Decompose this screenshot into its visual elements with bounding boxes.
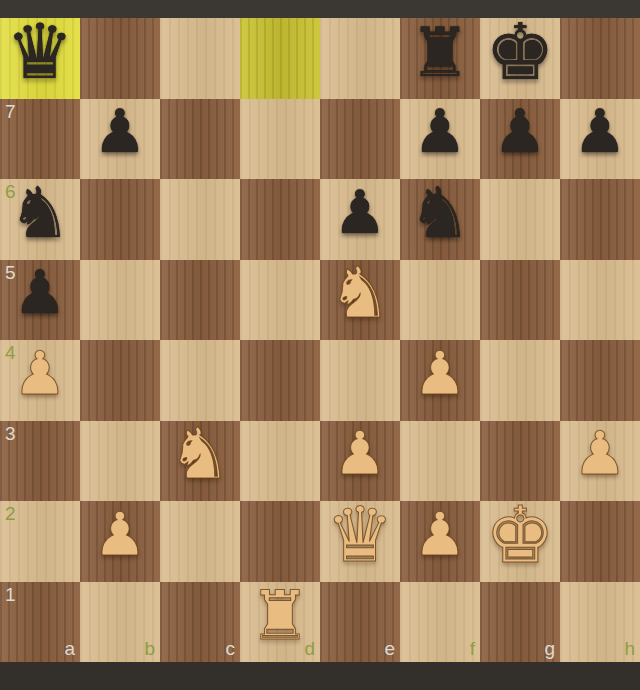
black-knight-f6[interactable]: ♞	[400, 166, 480, 259]
file-label-e: e	[384, 639, 395, 658]
square-d5[interactable]	[240, 260, 320, 341]
square-b4[interactable]	[80, 340, 160, 421]
square-c5[interactable]	[160, 260, 240, 341]
square-g5[interactable]	[480, 260, 560, 341]
square-c8[interactable]	[160, 18, 240, 99]
white-rook-d1[interactable]: ♜	[240, 569, 320, 662]
file-label-f: f	[470, 639, 475, 658]
square-d8[interactable]	[240, 18, 320, 99]
black-knight-a6[interactable]: ♞	[0, 166, 80, 259]
square-h2[interactable]	[560, 501, 640, 582]
rank-label-1: 1	[5, 585, 16, 604]
square-e1[interactable]: e	[320, 582, 400, 663]
square-f4[interactable]: ♟	[400, 340, 480, 421]
square-e8[interactable]	[320, 18, 400, 99]
white-pawn-b2[interactable]: ♟	[80, 488, 160, 581]
black-pawn-h7[interactable]: ♟	[560, 86, 640, 179]
square-h7[interactable]: ♟	[560, 99, 640, 180]
square-f6[interactable]: ♞	[400, 179, 480, 260]
white-king-g2[interactable]: ♚	[480, 488, 560, 581]
square-h5[interactable]	[560, 260, 640, 341]
square-g4[interactable]	[480, 340, 560, 421]
square-g7[interactable]: ♟	[480, 99, 560, 180]
white-pawn-a4[interactable]: ♟	[0, 327, 80, 420]
square-b7[interactable]: ♟	[80, 99, 160, 180]
white-pawn-e3[interactable]: ♟	[320, 408, 400, 501]
rank-label-7: 7	[5, 102, 16, 121]
black-pawn-f7[interactable]: ♟	[400, 86, 480, 179]
square-d1[interactable]: d♜	[240, 582, 320, 663]
square-a8[interactable]: ♛	[0, 18, 80, 99]
square-a2[interactable]: 2	[0, 501, 80, 582]
chess-app-screen: ♛♜♚7♟♟♟♟6♞♟♞5♟♞4♟♟3♞♟♟2♟♛♟♚1abcd♜efgh	[0, 0, 640, 690]
black-pawn-g7[interactable]: ♟	[480, 86, 560, 179]
white-pawn-f4[interactable]: ♟	[400, 327, 480, 420]
file-label-h: h	[624, 639, 635, 658]
bottom-bar	[0, 662, 640, 690]
rank-label-3: 3	[5, 424, 16, 443]
square-e2[interactable]: ♛	[320, 501, 400, 582]
square-c2[interactable]	[160, 501, 240, 582]
square-h6[interactable]	[560, 179, 640, 260]
file-label-a: a	[64, 639, 75, 658]
black-king-g8[interactable]: ♚	[480, 5, 560, 98]
file-label-g: g	[544, 639, 555, 658]
square-g1[interactable]: g	[480, 582, 560, 663]
square-a1[interactable]: 1a	[0, 582, 80, 663]
black-queen-a8[interactable]: ♛	[0, 5, 80, 98]
square-a4[interactable]: 4♟	[0, 340, 80, 421]
square-c3[interactable]: ♞	[160, 421, 240, 502]
white-pawn-h3[interactable]: ♟	[560, 408, 640, 501]
white-knight-e5[interactable]: ♞	[320, 247, 400, 340]
square-c1[interactable]: c	[160, 582, 240, 663]
square-h3[interactable]: ♟	[560, 421, 640, 502]
chess-board[interactable]: ♛♜♚7♟♟♟♟6♞♟♞5♟♞4♟♟3♞♟♟2♟♛♟♚1abcd♜efgh	[0, 18, 640, 662]
file-label-c: c	[226, 639, 236, 658]
black-pawn-a5[interactable]: ♟	[0, 247, 80, 340]
square-d3[interactable]	[240, 421, 320, 502]
square-b1[interactable]: b	[80, 582, 160, 663]
black-rook-f8[interactable]: ♜	[400, 5, 480, 98]
white-queen-e2[interactable]: ♛	[320, 488, 400, 581]
file-label-b: b	[144, 639, 155, 658]
square-g2[interactable]: ♚	[480, 501, 560, 582]
square-b5[interactable]	[80, 260, 160, 341]
white-knight-c3[interactable]: ♞	[160, 408, 240, 501]
square-b6[interactable]	[80, 179, 160, 260]
square-c7[interactable]	[160, 99, 240, 180]
square-f1[interactable]: f	[400, 582, 480, 663]
rank-label-2: 2	[5, 504, 16, 523]
white-pawn-f2[interactable]: ♟	[400, 488, 480, 581]
square-a3[interactable]: 3	[0, 421, 80, 502]
black-pawn-b7[interactable]: ♟	[80, 86, 160, 179]
square-h1[interactable]: h	[560, 582, 640, 663]
square-f2[interactable]: ♟	[400, 501, 480, 582]
square-c6[interactable]	[160, 179, 240, 260]
square-g6[interactable]	[480, 179, 560, 260]
black-pawn-e6[interactable]: ♟	[320, 166, 400, 259]
square-b2[interactable]: ♟	[80, 501, 160, 582]
square-d7[interactable]	[240, 99, 320, 180]
square-d6[interactable]	[240, 179, 320, 260]
square-e5[interactable]: ♞	[320, 260, 400, 341]
square-d4[interactable]	[240, 340, 320, 421]
